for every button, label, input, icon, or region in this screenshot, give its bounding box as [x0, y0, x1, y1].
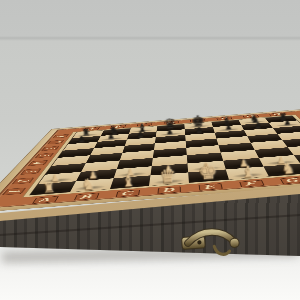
black-pawn-icon: ♟: [255, 122, 262, 130]
black-pawn-icon: ♟: [78, 136, 85, 144]
black-pawn-icon: ♟: [108, 133, 115, 141]
white-bishop-icon: ♝: [121, 173, 136, 189]
white-king-icon: ♚: [198, 161, 219, 183]
black-pawn-icon: ♟: [225, 124, 232, 132]
brass-clasp-latch[interactable]: [174, 217, 261, 269]
black-pawn-a7[interactable]: ♟: [68, 136, 101, 144]
black-pawn-icon: ♟: [137, 131, 144, 139]
white-queen-icon: ♛: [159, 167, 177, 186]
black-pawn-b7[interactable]: ♟: [97, 134, 128, 142]
white-rook-icon: ♜: [42, 181, 55, 195]
white-knight-icon: ♞: [281, 161, 295, 176]
white-bishop-icon: ♝: [241, 163, 256, 179]
black-pawn-icon: ♟: [196, 126, 203, 134]
white-knight-icon: ♞: [81, 177, 95, 192]
black-pawn-icon: ♟: [284, 119, 291, 127]
black-pawn-icon: ♟: [166, 129, 173, 137]
chess-set-photo: ABCDEFGH 87654321 87654321 ABCDEFGH ♜♞♝♛…: [0, 0, 300, 300]
